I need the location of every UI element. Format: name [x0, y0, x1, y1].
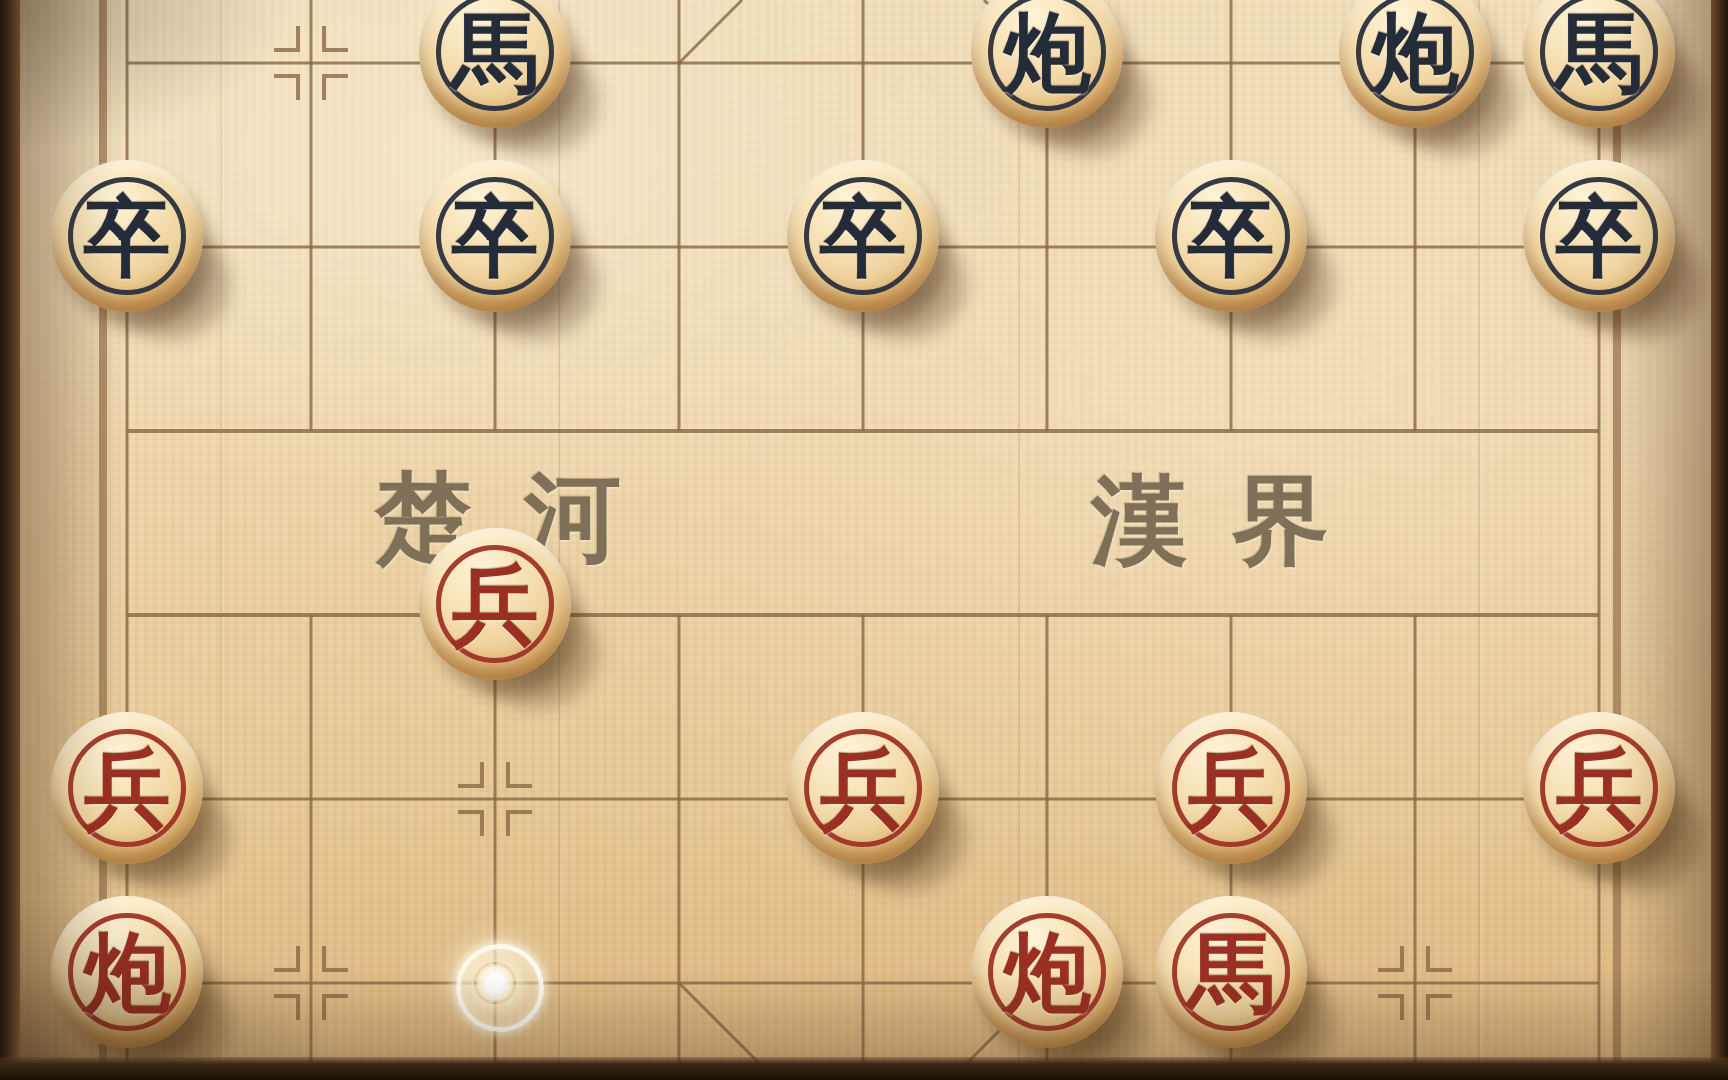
- board-frame-bottom: [0, 1057, 1728, 1080]
- board-frame-right: [1711, 0, 1728, 1080]
- xiangqi-board-view: 楚河 漢界 馬炮炮馬卒卒卒卒卒兵兵兵兵兵炮炮馬: [0, 0, 1728, 1080]
- vignette-overlay: [0, 0, 1728, 1080]
- board-frame-left: [0, 0, 20, 1080]
